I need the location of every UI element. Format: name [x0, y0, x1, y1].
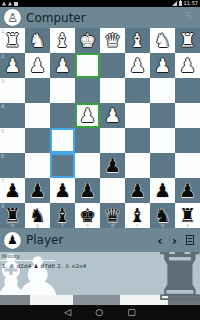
square-h7[interactable]: 7♟	[0, 178, 25, 203]
square-h5[interactable]: 5	[0, 128, 25, 153]
square-g7[interactable]: ♟	[25, 178, 50, 203]
square-h8[interactable]: 8h♜	[0, 203, 25, 228]
square-c1[interactable]: ♝	[125, 28, 150, 53]
black-pawn: ♟	[125, 178, 150, 203]
computer-header: ♙ Computer 5	[0, 7, 200, 28]
rank-label: 3	[1, 79, 4, 84]
square-d5[interactable]	[100, 128, 125, 153]
square-a2[interactable]: ♟	[175, 53, 200, 78]
android-nav-bar: ◁ ○ ▢	[0, 305, 200, 320]
square-e2[interactable]	[75, 53, 100, 78]
history-underline	[0, 260, 55, 261]
chess-board[interactable]: 1♜♞♝♚♛♝♞♜2♟♟♟♟♟♟34♟♟56♟7♟♟♟♟♟♟♟8h♜g♞f♝e♚…	[0, 28, 200, 228]
thinking-countdown: 5	[185, 10, 192, 23]
square-f8[interactable]: f♝	[50, 203, 75, 228]
square-b3[interactable]	[150, 78, 175, 103]
square-f6[interactable]	[50, 153, 75, 178]
recents-icon[interactable]: ▢	[127, 308, 136, 317]
white-pawn: ♟	[50, 53, 75, 78]
square-f2[interactable]: ♟	[50, 53, 75, 78]
rank-label: 5	[1, 129, 4, 134]
white-pawn-icon: ♙	[7, 12, 18, 24]
square-d4[interactable]: ♟	[100, 103, 125, 128]
square-a1[interactable]: ♜	[175, 28, 200, 53]
square-b8[interactable]: b♞	[150, 203, 175, 228]
square-h4[interactable]: 4	[0, 103, 25, 128]
white-pawn: ♟	[150, 53, 175, 78]
square-d1[interactable]: ♛	[100, 28, 125, 53]
black-pawn: ♟	[50, 178, 75, 203]
square-d2[interactable]	[100, 53, 125, 78]
square-g4[interactable]	[25, 103, 50, 128]
black-rook: ♜	[0, 203, 25, 228]
square-f4[interactable]	[50, 103, 75, 128]
square-b4[interactable]	[150, 103, 175, 128]
square-g6[interactable]	[25, 153, 50, 178]
square-h3[interactable]: 3	[0, 78, 25, 103]
square-b1[interactable]: ♞	[150, 28, 175, 53]
android-status-bar: 11:57	[0, 0, 200, 7]
clock-text: 11:57	[184, 0, 198, 7]
white-queen: ♛	[100, 28, 125, 53]
square-b5[interactable]	[150, 128, 175, 153]
square-a8[interactable]: a♜	[175, 203, 200, 228]
square-f5[interactable]	[50, 128, 75, 153]
history-panel: History 1. ♙ d2d4 ♟ d7d6 2. ♙ e2e4 ♝ ♟ ♜	[0, 252, 200, 305]
prev-move-button[interactable]: ‹	[157, 234, 162, 247]
white-king: ♚	[75, 28, 100, 53]
square-h6[interactable]: 6	[0, 153, 25, 178]
black-pawn: ♟	[175, 178, 200, 203]
square-h1[interactable]: 1♜	[0, 28, 25, 53]
white-pawn: ♟	[25, 53, 50, 78]
scrollbar-segment	[0, 295, 30, 305]
black-pawn: ♟	[150, 178, 175, 203]
black-bishop: ♝	[125, 203, 150, 228]
black-pawn: ♟	[100, 153, 125, 178]
black-knight: ♞	[25, 203, 50, 228]
home-icon[interactable]: ○	[95, 308, 103, 317]
square-c2[interactable]: ♟	[125, 53, 150, 78]
back-icon[interactable]: ◁	[64, 308, 71, 317]
square-e7[interactable]: ♟	[75, 178, 100, 203]
white-pawn: ♟	[100, 103, 125, 128]
white-knight: ♞	[150, 28, 175, 53]
white-rook: ♜	[0, 28, 25, 53]
square-d6[interactable]: ♟	[100, 153, 125, 178]
square-h2[interactable]: 2♟	[0, 53, 25, 78]
square-b7[interactable]: ♟	[150, 178, 175, 203]
square-e1[interactable]: ♚	[75, 28, 100, 53]
square-f7[interactable]: ♟	[50, 178, 75, 203]
square-b6[interactable]	[150, 153, 175, 178]
white-pawn: ♟	[125, 53, 150, 78]
move-list-icon[interactable]	[186, 235, 194, 245]
black-pawn: ♟	[0, 178, 25, 203]
square-e5[interactable]	[75, 128, 100, 153]
black-rook: ♜	[175, 203, 200, 228]
white-pawn: ♟	[0, 53, 25, 78]
computer-label: Computer	[26, 11, 86, 25]
chess-app-screen: 11:57 ♙ Computer 5 1♜♞♝♚♛♝♞♜2♟♟♟♟♟♟34♟♟5…	[0, 0, 200, 320]
square-e4[interactable]: ♟	[75, 103, 100, 128]
black-pawn: ♟	[75, 178, 100, 203]
square-c3[interactable]	[125, 78, 150, 103]
square-a5[interactable]	[175, 128, 200, 153]
notification-icon	[8, 2, 12, 6]
square-e6[interactable]	[75, 153, 100, 178]
black-pawn: ♟	[25, 178, 50, 203]
square-g1[interactable]: ♞	[25, 28, 50, 53]
square-e3[interactable]	[75, 78, 100, 103]
square-d7[interactable]	[100, 178, 125, 203]
square-d3[interactable]	[100, 78, 125, 103]
player-avatar: ♟	[4, 232, 21, 249]
ghost-dark-rook-art: ♜	[148, 252, 200, 305]
white-bishop: ♝	[125, 28, 150, 53]
square-g5[interactable]	[25, 128, 50, 153]
black-knight: ♞	[150, 203, 175, 228]
square-c7[interactable]: ♟	[125, 178, 150, 203]
rank-label: 4	[1, 104, 4, 109]
square-a6[interactable]	[175, 153, 200, 178]
square-a7[interactable]: ♟	[175, 178, 200, 203]
square-g8[interactable]: g♞	[25, 203, 50, 228]
square-g2[interactable]: ♟	[25, 53, 50, 78]
move-history-text: 1. ♙ d2d4 ♟ d7d6 2. ♙ e2e4	[2, 263, 86, 269]
square-g3[interactable]	[25, 78, 50, 103]
square-a3[interactable]	[175, 78, 200, 103]
square-c6[interactable]	[125, 153, 150, 178]
square-c4[interactable]	[125, 103, 150, 128]
computer-avatar: ♙	[4, 9, 21, 26]
scrollbar-segment	[73, 295, 120, 305]
square-c8[interactable]: c♝	[125, 203, 150, 228]
player-header: ♟ Player ‹ ›	[0, 228, 200, 252]
white-pawn: ♟	[75, 103, 100, 128]
square-b2[interactable]: ♟	[150, 53, 175, 78]
square-c5[interactable]	[125, 128, 150, 153]
square-d8[interactable]: d♛	[100, 203, 125, 228]
notification-icon	[2, 2, 6, 6]
player-label: Player	[26, 233, 63, 247]
black-queen: ♛	[100, 203, 125, 228]
history-label: History	[2, 253, 20, 259]
black-pawn-icon: ♟	[7, 234, 18, 246]
scrollbar-segment	[30, 295, 73, 305]
white-knight: ♞	[25, 28, 50, 53]
white-bishop: ♝	[50, 28, 75, 53]
square-a4[interactable]	[175, 103, 200, 128]
black-king: ♚	[75, 203, 100, 228]
white-rook: ♜	[175, 28, 200, 53]
black-bishop: ♝	[50, 203, 75, 228]
notification-icon	[14, 2, 18, 6]
square-f3[interactable]	[50, 78, 75, 103]
square-e8[interactable]: e♚	[75, 203, 100, 228]
signal-icon	[172, 1, 177, 6]
notification-icons	[2, 2, 18, 6]
next-move-button[interactable]: ›	[172, 234, 177, 247]
white-pawn: ♟	[175, 53, 200, 78]
rank-label: 6	[1, 154, 4, 159]
square-f1[interactable]: ♝	[50, 28, 75, 53]
battery-icon	[179, 1, 182, 6]
